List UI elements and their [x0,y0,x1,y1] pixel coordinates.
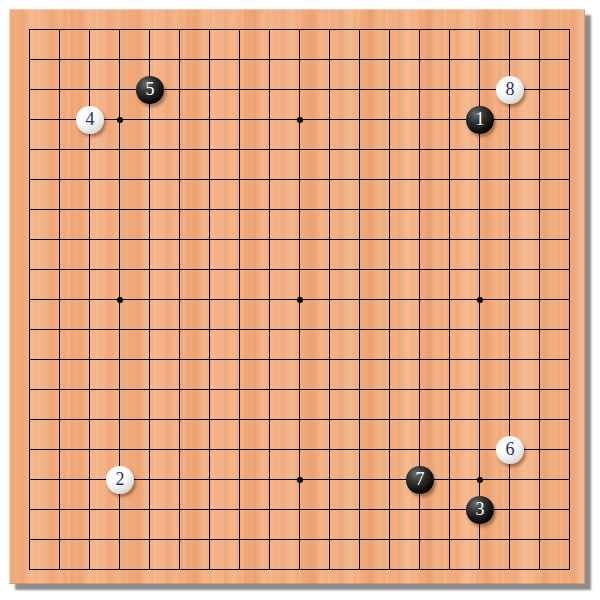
stone-move-number: 6 [506,440,515,458]
stone-move-number: 4 [86,110,95,128]
stone-black-move-3[interactable]: 3 [466,496,494,524]
star-point [297,297,303,303]
grid-line-horizontal [29,389,570,390]
grid-line-vertical [329,29,330,570]
stone-black-move-5[interactable]: 5 [136,76,164,104]
grid-line-vertical [509,29,510,570]
grid-line-vertical [449,29,450,570]
stone-move-number: 3 [476,500,485,518]
go-board[interactable]: 12345678 [9,9,585,584]
star-point [477,297,483,303]
star-point [477,477,483,483]
stone-white-move-6[interactable]: 6 [496,436,524,464]
stone-move-number: 1 [476,110,485,128]
stone-white-move-4[interactable]: 4 [76,106,104,134]
grid-line-horizontal [29,419,570,420]
grid-line-horizontal [29,449,570,450]
grid-line-horizontal [29,329,570,330]
stone-move-number: 7 [416,470,425,488]
star-point [117,297,123,303]
grid-line-vertical [539,29,540,570]
grid-line-vertical [389,29,390,570]
grid-line-vertical [569,29,570,570]
stone-black-move-7[interactable]: 7 [406,466,434,494]
star-point [117,117,123,123]
stone-move-number: 5 [146,80,155,98]
grid-line-horizontal [29,569,570,570]
page-background: 12345678 [0,0,600,600]
stone-move-number: 2 [116,470,125,488]
stone-move-number: 8 [506,80,515,98]
stone-white-move-2[interactable]: 2 [106,466,134,494]
stone-white-move-8[interactable]: 8 [496,76,524,104]
star-point [297,477,303,483]
stone-black-move-1[interactable]: 1 [466,106,494,134]
grid-line-vertical [359,29,360,570]
grid-line-horizontal [29,539,570,540]
grid-line-horizontal [29,359,570,360]
star-point [297,117,303,123]
